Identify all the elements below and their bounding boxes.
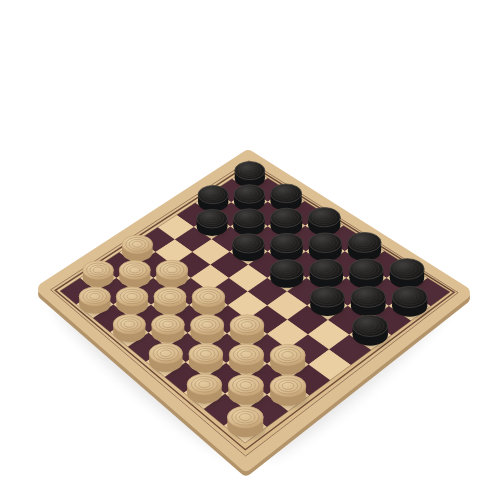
piece-top	[187, 374, 222, 395]
piece-top	[152, 315, 185, 335]
piece-black-13	[390, 259, 426, 291]
piece-top	[308, 208, 340, 227]
piece-wood-4	[83, 261, 115, 290]
piece-wood-10	[152, 315, 187, 346]
piece-black-18	[351, 287, 388, 319]
piece-wood-12	[230, 315, 266, 347]
piece-wood-20	[227, 406, 265, 440]
piece-wood-9	[113, 314, 147, 344]
piece-top	[270, 375, 306, 396]
piece-top	[271, 208, 303, 227]
piece-top	[116, 287, 148, 306]
piece-top	[270, 344, 305, 365]
piece-wood-19	[270, 375, 308, 408]
piece-black-14	[349, 259, 385, 291]
piece-wood-6	[116, 287, 149, 317]
piece-top	[154, 287, 186, 306]
piece-top	[310, 259, 343, 279]
piece-wood-5	[79, 287, 112, 316]
piece-top	[233, 234, 265, 253]
piece-wood-2	[156, 260, 189, 289]
piece-wood-8	[192, 287, 226, 317]
draughts-board	[0, 0, 500, 500]
piece-wood-1	[122, 235, 154, 263]
piece-wood-17	[187, 374, 224, 406]
piece-top	[230, 315, 264, 335]
piece-wood-16	[270, 344, 307, 377]
piece-black-20	[353, 315, 390, 348]
piece-top	[353, 315, 388, 336]
piece-top	[235, 162, 265, 180]
piece-top	[113, 314, 145, 333]
piece-top	[270, 260, 303, 280]
piece-top	[348, 232, 381, 252]
piece-black-12	[233, 234, 267, 264]
piece-top	[309, 233, 342, 253]
piece-top	[191, 315, 224, 335]
piece-top	[156, 260, 187, 279]
piece-top	[351, 287, 386, 308]
piece-top	[122, 235, 152, 253]
piece-top	[233, 209, 264, 228]
piece-top	[310, 287, 344, 307]
product-photo	[0, 0, 500, 500]
piece-wood-14	[189, 344, 225, 376]
piece-black-11	[270, 233, 304, 263]
piece-wood-18	[228, 375, 265, 408]
piece-black-15	[310, 259, 345, 290]
piece-top	[198, 186, 228, 204]
piece-top	[228, 375, 263, 396]
piece-black-16	[270, 260, 305, 291]
piece-top	[229, 344, 263, 365]
piece-top	[189, 344, 223, 364]
piece-top	[349, 259, 383, 279]
piece-top	[227, 406, 263, 428]
piece-top	[271, 184, 302, 203]
piece-top	[119, 261, 150, 280]
piece-top	[79, 287, 110, 306]
piece-black-8	[197, 209, 230, 238]
piece-wood-11	[191, 315, 226, 346]
piece-top	[234, 185, 265, 203]
piece-top	[270, 233, 302, 252]
piece-top	[390, 259, 424, 280]
piece-wood-7	[154, 287, 188, 317]
piece-wood-15	[229, 344, 265, 376]
piece-top	[392, 286, 427, 307]
piece-black-19	[392, 286, 429, 319]
piece-top	[83, 261, 114, 279]
piece-top	[149, 343, 182, 363]
piece-top	[192, 287, 225, 307]
piece-black-17	[310, 287, 346, 319]
piece-wood-13	[149, 343, 184, 374]
piece-top	[197, 209, 228, 227]
piece-wood-3	[119, 261, 152, 290]
